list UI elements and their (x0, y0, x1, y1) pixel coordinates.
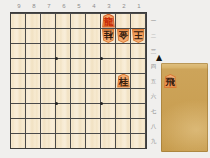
board-square-53[interactable] (71, 43, 86, 58)
shogi-piece-飛-in-hand[interactable]: 飛 (164, 74, 177, 88)
board-square-36[interactable] (101, 88, 116, 103)
file-label-6: 6 (57, 2, 72, 10)
sente-hand-marker: ▲ (156, 53, 162, 62)
board-square-72[interactable] (41, 28, 56, 43)
board-square-74[interactable] (41, 58, 56, 73)
file-label-7: 7 (42, 2, 57, 10)
board-square-14[interactable] (131, 58, 146, 73)
board-square-87[interactable] (26, 103, 41, 118)
board-square-48[interactable] (86, 118, 101, 133)
board-square-11[interactable] (131, 13, 146, 28)
board-square-38[interactable] (101, 118, 116, 133)
board-square-37[interactable] (101, 103, 116, 118)
board-square-75[interactable] (41, 73, 56, 88)
file-label-9: 9 (12, 2, 27, 10)
board-square-15[interactable] (131, 73, 146, 88)
star-point (55, 57, 58, 60)
board-square-57[interactable] (71, 103, 86, 118)
board-square-62[interactable] (56, 28, 71, 43)
board-square-83[interactable] (26, 43, 41, 58)
board-square-51[interactable] (71, 13, 86, 28)
board-square-34[interactable] (101, 58, 116, 73)
board-square-71[interactable] (41, 13, 56, 28)
shogi-board: 龍桂金王桂 (10, 12, 147, 149)
board-square-86[interactable] (26, 88, 41, 103)
board-square-54[interactable] (71, 58, 86, 73)
board-square-96[interactable] (11, 88, 26, 103)
rank-label-4: 四 (149, 63, 158, 70)
board-square-78[interactable] (41, 118, 56, 133)
rank-label-7: 七 (149, 108, 158, 115)
board-square-41[interactable] (86, 13, 101, 28)
board-square-44[interactable] (86, 58, 101, 73)
board-square-46[interactable] (86, 88, 101, 103)
rank-label-5: 五 (149, 78, 158, 85)
board-square-73[interactable] (41, 43, 56, 58)
board-square-21[interactable] (116, 13, 131, 28)
board-square-65[interactable] (56, 73, 71, 88)
board-square-79[interactable] (41, 133, 56, 148)
board-square-82[interactable] (26, 28, 41, 43)
board-square-27[interactable] (116, 103, 131, 118)
shogi-piece-桂-2五[interactable]: 桂 (117, 74, 130, 88)
board-square-19[interactable] (131, 133, 146, 148)
board-square-17[interactable] (131, 103, 146, 118)
piece-kanji: 飛 (164, 76, 177, 88)
board-square-93[interactable] (11, 43, 26, 58)
board-square-92[interactable] (11, 28, 26, 43)
star-point (100, 102, 103, 105)
board-square-39[interactable] (101, 133, 116, 148)
star-point (100, 57, 103, 60)
board-square-47[interactable] (86, 103, 101, 118)
board-square-84[interactable] (26, 58, 41, 73)
board-square-16[interactable] (131, 88, 146, 103)
board-square-77[interactable] (41, 103, 56, 118)
piece-kanji: 金 (117, 29, 130, 41)
board-square-28[interactable] (116, 118, 131, 133)
board-square-68[interactable] (56, 118, 71, 133)
shogi-piece-龍-3一[interactable]: 龍 (102, 14, 115, 28)
board-square-55[interactable] (71, 73, 86, 88)
board-square-91[interactable] (11, 13, 26, 28)
board-square-23[interactable] (116, 43, 131, 58)
file-label-4: 4 (87, 2, 102, 10)
board-square-89[interactable] (26, 133, 41, 148)
board-square-13[interactable] (131, 43, 146, 58)
board-square-26[interactable] (116, 88, 131, 103)
board-square-18[interactable] (131, 118, 146, 133)
board-square-69[interactable] (56, 133, 71, 148)
board-square-45[interactable] (86, 73, 101, 88)
board-square-66[interactable] (56, 88, 71, 103)
board-square-52[interactable] (71, 28, 86, 43)
file-label-2: 2 (117, 2, 132, 10)
piece-kanji: 王 (132, 29, 145, 41)
shogi-piece-王-1二[interactable]: 王 (132, 29, 145, 43)
komadai-sente: 飛 (161, 63, 208, 152)
star-point (55, 102, 58, 105)
piece-kanji: 桂 (102, 29, 115, 41)
board-square-81[interactable] (26, 13, 41, 28)
rank-label-8: 八 (149, 123, 158, 130)
shogi-piece-桂-3二[interactable]: 桂 (102, 29, 115, 43)
shogi-piece-金-2二[interactable]: 金 (117, 29, 130, 43)
file-label-8: 8 (27, 2, 42, 10)
board-square-99[interactable] (11, 133, 26, 148)
board-square-61[interactable] (56, 13, 71, 28)
board-square-63[interactable] (56, 43, 71, 58)
board-square-95[interactable] (11, 73, 26, 88)
board-square-59[interactable] (71, 133, 86, 148)
board-square-94[interactable] (11, 58, 26, 73)
board-square-98[interactable] (11, 118, 26, 133)
board-square-49[interactable] (86, 133, 101, 148)
board-square-64[interactable] (56, 58, 71, 73)
board-square-35[interactable] (101, 73, 116, 88)
board-square-29[interactable] (116, 133, 131, 148)
board-square-85[interactable] (26, 73, 41, 88)
rank-label-6: 六 (149, 93, 158, 100)
rank-label-9: 九 (149, 138, 158, 145)
board-square-56[interactable] (71, 88, 86, 103)
shogi-diagram: 龍桂金王桂 987654321 一二三四五六七八九 ▲ 飛 (0, 0, 210, 158)
rank-label-2: 二 (149, 33, 158, 40)
file-label-3: 3 (102, 2, 117, 10)
file-label-5: 5 (72, 2, 87, 10)
board-square-58[interactable] (71, 118, 86, 133)
board-square-24[interactable] (116, 58, 131, 73)
board-square-97[interactable] (11, 103, 26, 118)
board-square-67[interactable] (56, 103, 71, 118)
rank-label-1: 一 (149, 18, 158, 25)
board-square-33[interactable] (101, 43, 116, 58)
board-square-42[interactable] (86, 28, 101, 43)
board-square-88[interactable] (26, 118, 41, 133)
board-square-43[interactable] (86, 43, 101, 58)
board-square-76[interactable] (41, 88, 56, 103)
piece-kanji: 龍 (102, 16, 115, 28)
file-label-1: 1 (132, 2, 147, 10)
piece-kanji: 桂 (117, 76, 130, 88)
